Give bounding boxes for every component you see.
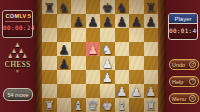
square-c5[interactable] — [71, 42, 86, 56]
piece-white-rook[interactable]: ♜ — [144, 98, 159, 112]
piece-white-rook[interactable]: ♜ — [42, 98, 57, 112]
square-f5[interactable] — [115, 42, 130, 56]
opponent-timer: 00:00:24 — [3, 24, 32, 31]
square-e2[interactable] — [100, 84, 115, 98]
piece-black-pawn[interactable]: ♟ — [100, 14, 115, 28]
square-d6[interactable] — [86, 28, 101, 42]
square-c1[interactable]: ♝ — [71, 98, 86, 112]
help-button-label: Help — [172, 79, 183, 85]
square-a6[interactable] — [42, 28, 57, 42]
square-d8[interactable] — [86, 0, 101, 14]
square-h2[interactable]: ♟ — [144, 84, 159, 98]
piece-white-pawn[interactable]: ♟ — [129, 84, 144, 98]
square-h1[interactable]: ♜ — [144, 98, 159, 112]
square-a4[interactable] — [42, 56, 57, 70]
opponent-level-label: LV — [20, 13, 27, 19]
divider — [5, 21, 30, 22]
menu-icon: ≡ — [189, 95, 196, 102]
square-d7[interactable]: ♟ — [86, 14, 101, 28]
square-e3[interactable]: ♟ — [100, 70, 115, 84]
square-c6[interactable] — [71, 28, 86, 42]
board-frame-left — [35, 0, 42, 112]
square-g2[interactable]: ♟ — [129, 84, 144, 98]
square-f6[interactable] — [115, 28, 130, 42]
opponent-info-box: COM LV 5 00:00:24 — [2, 10, 33, 38]
square-h8[interactable]: ♜ — [144, 0, 159, 14]
square-a2[interactable] — [42, 84, 57, 98]
piece-white-pawn[interactable]: ♟ — [86, 42, 101, 56]
square-g8[interactable] — [129, 0, 144, 14]
piece-white-pawn[interactable]: ♟ — [100, 56, 115, 70]
square-f4[interactable] — [115, 56, 130, 70]
piece-white-pawn[interactable]: ♟ — [100, 70, 115, 84]
chevron-down-icon: ▾ — [0, 69, 35, 73]
square-e7[interactable]: ♟ — [100, 14, 115, 28]
chess-game-screen: COM LV 5 00:00:24 ♟ ♟ ♟ ♟ ♟ ♟ CHESS ▾ 54… — [0, 0, 200, 112]
piece-black-rook[interactable]: ♜ — [42, 0, 57, 14]
square-c8[interactable] — [71, 0, 86, 14]
opponent-name: COM — [6, 13, 20, 19]
square-b3[interactable] — [57, 70, 72, 84]
player-name: Player — [169, 14, 197, 24]
piece-black-pawn[interactable]: ♟ — [86, 14, 101, 28]
piece-black-pawn[interactable]: ♟ — [144, 14, 159, 28]
help-button[interactable]: Help ? — [169, 76, 199, 87]
board-frame-right — [158, 0, 166, 112]
square-b6[interactable] — [57, 28, 72, 42]
square-c4[interactable] — [71, 56, 86, 70]
square-b8[interactable]: ♞ — [57, 0, 72, 14]
piece-white-bishop[interactable]: ♝ — [115, 98, 130, 112]
square-c2[interactable] — [71, 84, 86, 98]
piece-black-pawn[interactable]: ♟ — [57, 42, 72, 56]
square-a1[interactable]: ♜ — [42, 98, 57, 112]
square-h4[interactable] — [144, 56, 159, 70]
piece-white-bishop[interactable]: ♝ — [71, 98, 86, 112]
square-c7[interactable]: ♟ — [71, 14, 86, 28]
piece-black-knight[interactable]: ♞ — [115, 0, 130, 14]
square-b1[interactable] — [57, 98, 72, 112]
square-d5[interactable]: ♟ — [86, 42, 101, 56]
piece-black-pawn[interactable]: ♟ — [115, 14, 130, 28]
menu-button[interactable]: Menu ≡ — [169, 93, 199, 104]
chess-board: ♜♞♚♞♜♟♟♟♟♟♟♟♟♞♟♟♟♟♟♟♜♝♛♚♝♜ — [42, 0, 158, 112]
piece-white-pawn[interactable]: ♟ — [144, 84, 159, 98]
square-b7[interactable] — [57, 14, 72, 28]
square-e4[interactable]: ♟ — [100, 56, 115, 70]
square-a7[interactable] — [42, 14, 57, 28]
square-g5[interactable] — [129, 42, 144, 56]
square-f8[interactable]: ♞ — [115, 0, 130, 14]
menu-button-label: Menu — [172, 96, 186, 102]
square-e5[interactable]: ♞ — [100, 42, 115, 56]
piece-white-knight[interactable]: ♞ — [100, 42, 115, 56]
square-e6[interactable] — [100, 28, 115, 42]
undo-button[interactable]: Undo ↺ — [169, 59, 199, 70]
square-g1[interactable] — [129, 98, 144, 112]
square-f1[interactable]: ♝ — [115, 98, 130, 112]
square-h3[interactable] — [144, 70, 159, 84]
square-h5[interactable] — [144, 42, 159, 56]
square-e8[interactable]: ♚ — [100, 0, 115, 14]
square-b2[interactable] — [57, 84, 72, 98]
square-c3[interactable] — [71, 70, 86, 84]
piece-black-pawn[interactable]: ♟ — [71, 14, 86, 28]
square-f2[interactable]: ♟ — [115, 84, 130, 98]
square-a5[interactable] — [42, 42, 57, 56]
piece-black-pawn[interactable]: ♟ — [129, 14, 144, 28]
square-f3[interactable] — [115, 70, 130, 84]
piece-black-pawn[interactable]: ♟ — [57, 56, 72, 70]
move-counter-button[interactable]: 54 move — [3, 88, 33, 101]
square-g6[interactable] — [129, 28, 144, 42]
piece-white-queen[interactable]: ♛ — [86, 98, 101, 112]
opponent-level-value: 5 — [28, 13, 31, 19]
piece-black-knight[interactable]: ♞ — [57, 0, 72, 14]
piece-white-king[interactable]: ♚ — [100, 98, 115, 112]
piece-black-king[interactable]: ♚ — [100, 0, 115, 14]
square-d1[interactable]: ♛ — [86, 98, 101, 112]
square-d3[interactable] — [86, 70, 101, 84]
square-g4[interactable] — [129, 56, 144, 70]
square-a3[interactable] — [42, 70, 57, 84]
square-d2[interactable] — [86, 84, 101, 98]
square-a8[interactable]: ♜ — [42, 0, 57, 14]
piece-black-rook[interactable]: ♜ — [144, 0, 159, 14]
square-g7[interactable]: ♟ — [129, 14, 144, 28]
piece-white-pawn[interactable]: ♟ — [115, 84, 130, 98]
square-h7[interactable]: ♟ — [144, 14, 159, 28]
square-h6[interactable] — [144, 28, 159, 42]
opponent-header: COM LV 5 — [3, 11, 32, 19]
undo-button-label: Undo — [172, 62, 185, 68]
square-b5[interactable]: ♟ — [57, 42, 72, 56]
game-logo: ♟ ♟ ♟ ♟ ♟ ♟ CHESS ▾ — [0, 42, 35, 73]
logo-pieces-icon: ♟ ♟ ♟ — [0, 53, 35, 59]
square-f7[interactable]: ♟ — [115, 14, 130, 28]
square-b4[interactable]: ♟ — [57, 56, 72, 70]
player-timer: 00:01:40 — [169, 24, 197, 34]
player-info-box: Player 00:01:40 — [168, 13, 198, 40]
square-g3[interactable] — [129, 70, 144, 84]
square-d4[interactable] — [86, 56, 101, 70]
opponent-level: LV 5 — [20, 13, 31, 19]
undo-icon: ↺ — [189, 61, 196, 68]
help-icon: ? — [189, 78, 196, 85]
square-e1[interactable]: ♚ — [100, 98, 115, 112]
